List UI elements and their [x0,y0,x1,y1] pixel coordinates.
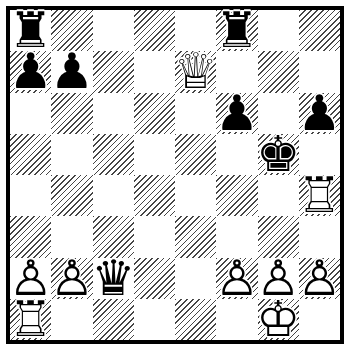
square-e2[interactable] [175,258,216,299]
piece-fill-black-pawn: ♟ [299,93,340,134]
square-g1[interactable]: ♚♔ [258,299,299,340]
square-d3[interactable] [134,216,175,257]
piece-black-king: ♚ [258,134,299,175]
square-d1[interactable] [134,299,175,340]
piece-black-pawn: ♟ [10,51,51,92]
piece-white-rook: ♖ [299,175,340,216]
piece-fill-white-queen: ♛ [175,51,216,92]
square-g7[interactable] [258,51,299,92]
square-f3[interactable] [216,216,257,257]
square-c7[interactable] [93,51,134,92]
piece-black-rook: ♜ [216,10,257,51]
piece-white-pawn: ♙ [258,258,299,299]
square-b4[interactable] [51,175,92,216]
square-f8[interactable]: ♜♜ [216,10,257,51]
square-h5[interactable] [299,134,340,175]
square-b2[interactable]: ♟♙ [51,258,92,299]
square-c1[interactable] [93,299,134,340]
square-c4[interactable] [93,175,134,216]
square-c2[interactable]: ♛♛ [93,258,134,299]
square-h7[interactable] [299,51,340,92]
square-b3[interactable] [51,216,92,257]
piece-fill-black-rook: ♜ [216,10,257,51]
square-d8[interactable] [134,10,175,51]
square-e4[interactable] [175,175,216,216]
square-d7[interactable] [134,51,175,92]
square-a4[interactable] [10,175,51,216]
square-b6[interactable] [51,93,92,134]
square-a3[interactable] [10,216,51,257]
piece-fill-white-pawn: ♟ [258,258,299,299]
square-a7[interactable]: ♟♟ [10,51,51,92]
piece-fill-white-pawn: ♟ [10,258,51,299]
square-g4[interactable] [258,175,299,216]
square-e1[interactable] [175,299,216,340]
square-f5[interactable] [216,134,257,175]
square-h8[interactable] [299,10,340,51]
piece-fill-white-pawn: ♟ [51,258,92,299]
square-c5[interactable] [93,134,134,175]
piece-white-rook: ♖ [10,299,51,340]
square-e3[interactable] [175,216,216,257]
square-g2[interactable]: ♟♙ [258,258,299,299]
square-e6[interactable] [175,93,216,134]
piece-black-pawn: ♟ [216,93,257,134]
square-a2[interactable]: ♟♙ [10,258,51,299]
piece-black-rook: ♜ [10,10,51,51]
square-a5[interactable] [10,134,51,175]
square-f7[interactable] [216,51,257,92]
square-f2[interactable]: ♟♙ [216,258,257,299]
square-h2[interactable]: ♟♙ [299,258,340,299]
square-h1[interactable] [299,299,340,340]
piece-fill-black-pawn: ♟ [51,51,92,92]
square-f1[interactable] [216,299,257,340]
piece-white-king: ♔ [258,299,299,340]
piece-white-pawn: ♙ [51,258,92,299]
piece-white-pawn: ♙ [10,258,51,299]
piece-white-pawn: ♙ [216,258,257,299]
square-a1[interactable]: ♜♖ [10,299,51,340]
square-f4[interactable] [216,175,257,216]
square-e8[interactable] [175,10,216,51]
piece-white-pawn: ♙ [299,258,340,299]
square-h6[interactable]: ♟♟ [299,93,340,134]
square-a8[interactable]: ♜♜ [10,10,51,51]
square-c6[interactable] [93,93,134,134]
square-b5[interactable] [51,134,92,175]
square-f6[interactable]: ♟♟ [216,93,257,134]
square-c8[interactable] [93,10,134,51]
square-g5[interactable]: ♚♚ [258,134,299,175]
piece-fill-white-rook: ♜ [299,175,340,216]
piece-fill-white-pawn: ♟ [216,258,257,299]
piece-fill-white-pawn: ♟ [299,258,340,299]
piece-white-queen: ♕ [175,51,216,92]
square-d2[interactable] [134,258,175,299]
piece-fill-black-pawn: ♟ [10,51,51,92]
square-h4[interactable]: ♜♖ [299,175,340,216]
square-b8[interactable] [51,10,92,51]
piece-fill-black-queen: ♛ [93,258,134,299]
square-a6[interactable] [10,93,51,134]
piece-fill-black-king: ♚ [258,134,299,175]
square-e7[interactable]: ♛♕ [175,51,216,92]
square-g3[interactable] [258,216,299,257]
square-d4[interactable] [134,175,175,216]
square-d5[interactable] [134,134,175,175]
piece-fill-black-pawn: ♟ [216,93,257,134]
square-d6[interactable] [134,93,175,134]
square-g6[interactable] [258,93,299,134]
square-h3[interactable] [299,216,340,257]
piece-fill-black-rook: ♜ [10,10,51,51]
piece-fill-white-rook: ♜ [10,299,51,340]
square-b1[interactable] [51,299,92,340]
piece-black-pawn: ♟ [299,93,340,134]
piece-black-pawn: ♟ [51,51,92,92]
piece-fill-white-king: ♚ [258,299,299,340]
square-g8[interactable] [258,10,299,51]
chess-board: ♜♜♜♜♟♟♟♟♛♕♟♟♟♟♚♚♜♖♟♙♟♙♛♛♟♙♟♙♟♙♜♖♚♔ [6,6,344,344]
chess-diagram-frame: ♜♜♜♜♟♟♟♟♛♕♟♟♟♟♚♚♜♖♟♙♟♙♛♛♟♙♟♙♟♙♜♖♚♔ [0,0,350,350]
piece-black-queen: ♛ [93,258,134,299]
square-c3[interactable] [93,216,134,257]
square-e5[interactable] [175,134,216,175]
square-b7[interactable]: ♟♟ [51,51,92,92]
